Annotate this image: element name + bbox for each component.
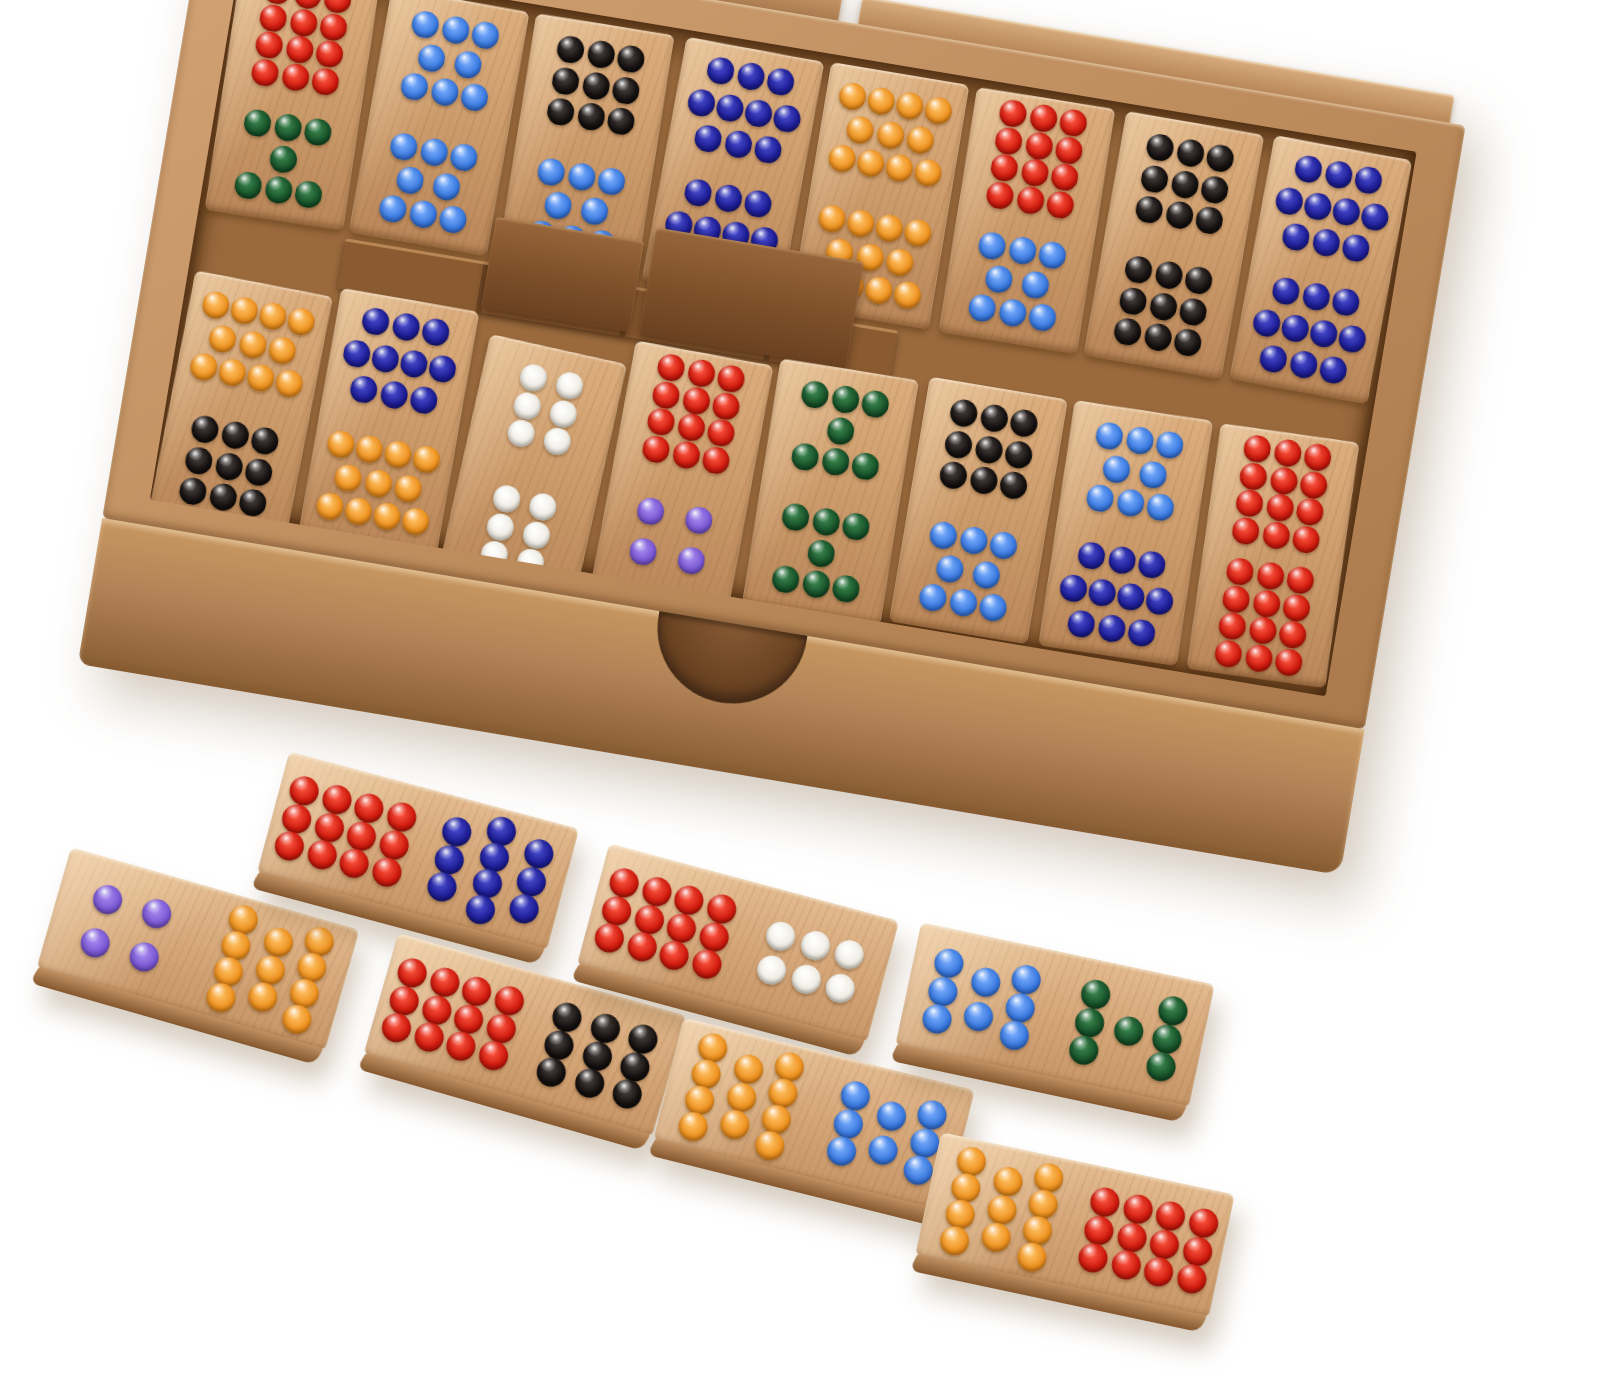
pip-red [378,1010,414,1046]
pip-navy [1317,354,1348,385]
domino-face [938,87,1115,354]
pip-red [1272,438,1302,468]
pip-navy [1340,232,1371,263]
pip-black [1169,168,1200,199]
pip-red [1148,1227,1182,1261]
pip-green [810,506,841,537]
pip-lightblue [431,171,462,202]
domino-12-7[interactable] [205,0,380,230]
pip-orange [675,1109,710,1144]
pip-black [1193,205,1224,236]
pip-lightblue [448,141,479,172]
pip-red [1251,588,1281,618]
pip-red [641,433,672,464]
pip-black [1175,137,1206,168]
pip-orange [260,924,296,960]
pip-red [675,412,706,443]
pip-white [831,937,867,973]
pip-red [250,57,281,88]
pip-white [526,491,558,523]
pip-green [830,384,861,415]
pip-navy [714,92,745,123]
pip-orange [257,300,289,332]
pip-orange [892,280,923,311]
pip-orange [200,289,232,321]
pip-lightblue [928,520,959,551]
pip-green [272,112,303,143]
pip-red [1121,1192,1155,1226]
pip-orange [845,208,876,239]
pip-black [243,456,275,488]
pip-orange [724,1079,759,1114]
domino-8-7[interactable] [895,922,1215,1108]
pip-lightblue [1137,459,1168,490]
pip-orange [863,275,894,306]
pip-red [254,30,285,61]
pip-red [631,901,667,937]
pip-red [1268,465,1298,495]
pip-black [1153,259,1184,290]
pip-red [671,883,707,919]
pip-lightblue [1009,963,1043,997]
pip-navy [1323,159,1354,190]
pip-black [1163,200,1194,231]
pip-navy [1308,318,1339,349]
pip-red [700,444,731,475]
pip-navy [427,353,458,384]
pip-orange [188,352,220,384]
pip-green [293,180,324,211]
pip-navy [521,836,557,872]
pip-navy [420,317,451,348]
pip-red [989,153,1020,184]
pip-navy [1336,323,1367,354]
pip-orange [216,357,248,389]
pip-orange [1032,1160,1066,1194]
pip-red [1115,1220,1149,1254]
pip-black [1145,132,1176,163]
pip-red [1261,520,1291,550]
pip-orange [937,1224,971,1258]
pip-red [1238,461,1268,491]
pip-lightblue [566,161,597,192]
pip-red [318,12,349,43]
pip-lightblue [997,298,1028,329]
pip-green [1144,1049,1178,1083]
pip-green [840,511,871,542]
pip-red [1264,493,1294,523]
pip-red [985,180,1016,211]
pip-red [1302,443,1332,473]
pip-navy [1087,577,1118,608]
pip-navy [1330,287,1361,318]
pip-orange [845,114,876,145]
pip-orange [343,496,374,527]
pip-orange [984,1192,1018,1226]
pip-navy [705,55,736,86]
pip-orange [866,85,897,116]
pip-black [585,38,616,69]
pip-lightblue [873,1099,908,1134]
pip-black [580,70,611,101]
pip-red [998,99,1029,130]
pip-black [610,75,641,106]
pip-navy [743,97,774,128]
pip-orange [382,438,413,469]
pip-white [491,483,523,515]
pip-lightblue [961,999,995,1033]
pip-red [994,126,1025,157]
pip-red [394,955,430,991]
pip-white [479,539,511,571]
pip-red [284,34,315,65]
pip-navy [722,128,753,159]
pip-red [639,874,675,910]
pip-black [533,1054,569,1090]
pip-red [369,854,405,890]
pip-red [427,964,463,1000]
pip-lightblue [1102,454,1133,485]
pip-black [236,487,268,519]
pip-green [830,574,861,605]
domino-11-12[interactable] [915,1132,1235,1318]
pip-black [1177,296,1208,327]
pip-navy [1280,312,1311,343]
pip-lightblue [389,131,420,162]
pip-orange [325,428,356,459]
pip-white [541,425,573,457]
pip-lightblue [977,593,1008,624]
pip-black [556,34,587,65]
pip-black [938,460,969,491]
pip-purple [635,496,666,527]
pip-orange [400,506,431,537]
pip-red [1057,108,1088,139]
pip-white [797,928,833,964]
pip-green [1111,1013,1145,1047]
pip-white [788,961,824,997]
pip-black [571,1065,607,1101]
pip-navy [348,374,379,405]
pip-red [1242,434,1272,464]
pip-navy [439,814,475,850]
pip-lightblue [1085,484,1116,515]
pip-red [1082,1213,1116,1247]
pip-lightblue [914,1098,949,1133]
pip-orange [979,1220,1013,1254]
pip-black [546,97,577,128]
pip-lightblue [1154,429,1185,460]
pip-white [763,919,799,955]
pip-lightblue [429,77,460,108]
pip-red [1285,565,1315,595]
pip-red [288,7,319,38]
pip-lightblue [469,19,500,50]
pip-lightblue [977,230,1008,261]
pip-red [319,782,355,818]
pip-orange [874,212,905,243]
pip-green [302,116,333,147]
pip-orange [237,329,269,361]
pip-lightblue [536,156,567,187]
pip-orange [354,433,385,464]
pip-orange [314,491,345,522]
pip-navy [1106,545,1137,576]
pip-red [599,893,635,929]
pip-orange [990,1164,1024,1198]
pip-green [800,379,831,410]
domino-face [1186,423,1359,688]
pip-red [1214,638,1244,668]
pip-red [351,791,387,827]
pip-red [314,39,345,70]
pip-black [1148,290,1179,321]
pip-red [1015,184,1046,215]
pip-navy [1288,349,1319,380]
pip-navy [1066,608,1097,639]
pip-navy [360,306,391,337]
domino-face [742,358,919,625]
pip-black [605,106,636,137]
pip-green [771,564,802,595]
pip-red [1290,524,1320,554]
pip-navy [1300,281,1331,312]
pip-black [575,102,606,133]
pip-red [1076,1241,1110,1275]
pip-red [606,865,642,901]
pip-orange [884,153,915,184]
domino-face [205,0,380,230]
pip-navy [1258,343,1289,374]
domino-12-8[interactable] [938,87,1115,354]
pip-red [1028,103,1059,134]
pip-red [1087,1185,1121,1219]
pip-navy [1331,196,1362,227]
pip-lightblue [440,14,471,45]
pip-lightblue [947,588,978,619]
pip-black [978,402,1009,433]
pip-navy [683,177,714,208]
pip-black [949,397,980,428]
pip-green [1067,1033,1101,1067]
pip-lightblue [543,190,574,221]
pip-black [551,65,582,96]
pip-black [249,425,281,457]
pip-red [1175,1262,1209,1296]
pip-lightblue [838,1078,873,1113]
pip-lightblue [970,559,1001,590]
pip-navy [408,384,439,415]
pip-orange [245,363,277,395]
pip-lightblue [579,195,610,226]
pip-red [476,1038,512,1074]
pip-navy [506,891,542,927]
pip-navy [693,123,724,154]
pip-green [1150,1022,1184,1056]
pip-orange [285,305,317,337]
pip-lightblue [399,72,430,103]
pip-red [657,938,693,974]
pip-red [656,352,687,383]
pip-lightblue [865,1132,900,1167]
pip-lightblue [984,263,1015,294]
pip-black [183,445,215,477]
pip-red [258,3,289,34]
pip-lightblue [395,164,426,195]
pip-black [1139,163,1170,194]
pip-white [485,511,517,543]
pip-lightblue [418,136,449,167]
pip-lightblue [958,525,989,556]
domino-face [889,377,1068,645]
pip-lightblue [968,966,1002,1000]
pip-navy [1281,221,1312,252]
pip-green [1078,977,1112,1011]
domino-12-12[interactable] [1186,423,1359,688]
pip-purple [90,882,126,918]
pip-white [553,370,585,402]
pip-navy [378,379,409,410]
domino-9-8[interactable] [889,377,1068,645]
pip-white [518,362,550,394]
pip-navy [1310,227,1341,258]
pip-red [715,363,746,394]
pip-orange [752,1128,787,1163]
pip-navy [514,864,550,900]
pip-orange [333,462,364,493]
pip-lightblue [378,194,409,225]
pip-lightblue [1003,990,1037,1024]
pip-navy [424,869,460,905]
pip-black [587,1010,623,1046]
pip-lightblue [831,1106,866,1141]
pip-orange [371,501,402,532]
pip-red [1154,1199,1188,1233]
pip-lightblue [407,199,438,230]
pip-navy [341,338,372,369]
pip-navy [1096,613,1127,644]
pip-white [514,546,546,578]
pip-black [1183,264,1214,295]
pip-red [311,809,347,845]
pip-orange [912,158,943,189]
pip-red [337,846,373,882]
pip-lightblue [1124,425,1155,456]
pip-orange [923,95,954,126]
pip-navy [1115,581,1146,612]
pip-green [233,171,264,202]
pip-green [800,569,831,600]
pip-lightblue [1094,420,1125,451]
pip-green [820,447,851,478]
pip-red [1023,130,1054,161]
pip-red [1298,470,1328,500]
pip-navy [1293,154,1324,185]
pip-black [998,470,1029,501]
pip-orange [273,368,305,400]
pip-green [781,501,812,532]
pip-lightblue [1037,239,1068,270]
pip-lightblue [918,583,949,614]
pip-orange [894,90,925,121]
pip-green [263,175,294,206]
pip-navy [1126,617,1157,648]
pip-red [710,390,741,421]
pip-black [1112,317,1143,348]
pip-red [304,837,340,873]
pip-red [1109,1248,1143,1282]
pip-lightblue [920,1002,954,1036]
pip-red [384,800,420,836]
domino-box [78,0,1472,875]
pip-navy [735,61,766,92]
pip-black [1134,195,1165,226]
pip-orange [717,1107,752,1142]
pip-lightblue [416,42,447,73]
pip-green [1156,994,1190,1028]
pip-red [704,892,740,928]
pip-red [322,0,353,15]
pip-purple [683,504,714,535]
pip-green [790,442,821,473]
pip-red [1231,516,1261,546]
pip-red [411,1019,447,1055]
pip-red [1045,189,1076,220]
pip-red [443,1028,479,1064]
pip-black [973,434,1004,465]
pip-orange [902,217,933,248]
pip-lightblue [935,553,966,584]
pip-red [286,773,322,809]
pip-orange [827,144,858,175]
pip-lightblue [967,293,998,324]
pip-purple [675,545,706,576]
pip-orange [244,979,280,1015]
pip-navy [1274,185,1305,216]
pip-black [177,476,209,508]
pip-red [624,929,660,965]
pip-orange [392,473,423,504]
pip-lightblue [997,1018,1031,1052]
pip-lightblue [458,82,489,113]
pip-navy [1359,201,1390,232]
pip-white [512,390,544,422]
pip-red [1247,615,1277,645]
pip-navy [742,188,773,219]
pip-red [1221,584,1251,614]
domino-7-7[interactable] [742,358,919,625]
pip-navy [1076,541,1107,572]
pip-navy [1144,585,1175,616]
pip-lightblue [1115,488,1146,519]
pip-red [591,920,627,956]
pip-orange [855,148,886,179]
pip-green [243,107,274,138]
pip-orange [1015,1240,1049,1274]
pip-lightblue [452,49,483,80]
pip-red [279,801,315,837]
pip-navy [1352,165,1383,196]
pip-red [271,828,307,864]
pip-lightblue [932,946,966,980]
pip-lightblue [824,1134,859,1169]
domino-8-10[interactable] [1038,400,1213,666]
pip-black [615,43,646,74]
pip-purple [77,925,113,961]
pip-purple [139,896,175,932]
pip-orange [363,467,394,498]
pip-red [1053,135,1084,166]
